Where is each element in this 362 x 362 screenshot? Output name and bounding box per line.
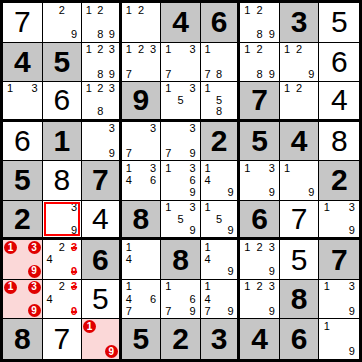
candidate-slot-7 [162, 187, 174, 199]
cell-r7c9[interactable]: 7 [319, 240, 359, 280]
solved-digit: 8 [53, 165, 70, 195]
candidate-slot-7 [281, 106, 293, 118]
cell-r1c5[interactable]: 4 [161, 3, 201, 43]
pencil-marks: 139 [319, 280, 359, 319]
cell-r5c4[interactable]: 1346 [122, 161, 162, 201]
candidate-slot-6 [225, 254, 237, 266]
cell-r6c1[interactable]: 2 [3, 201, 43, 241]
given-digit: 3 [291, 7, 308, 37]
candidate-1: 1 [241, 241, 253, 253]
candidate-slot-9 [147, 147, 159, 159]
candidate-slot-7 [281, 187, 293, 199]
candidate-slot-5 [293, 56, 305, 68]
cell-r5c6[interactable]: 149 [201, 161, 241, 201]
candidate-slot-5 [135, 254, 147, 266]
cell-r3c1[interactable]: 13 [3, 82, 43, 122]
candidate-slot-7 [123, 187, 135, 199]
candidate-8: 8 [254, 28, 266, 40]
candidate-slot-3 [225, 162, 237, 174]
candidate-9: 9 [345, 305, 358, 317]
candidate-slot-4 [162, 174, 174, 186]
candidate-slot-1: 1 [4, 241, 17, 254]
candidate-1: 1 [83, 83, 95, 95]
cell-r9c8[interactable]: 6 [280, 319, 320, 359]
cell-r4c5[interactable]: 379 [161, 122, 201, 162]
candidate-slot-4 [44, 16, 56, 28]
candidate-slot-6 [28, 95, 40, 107]
candidate-slot-3: 3 [68, 281, 80, 293]
given-digit: 6 [251, 204, 268, 234]
cell-r6c7[interactable]: 6 [240, 201, 280, 241]
solved-digit: 5 [331, 7, 348, 37]
pencil-marks: 135 [161, 82, 200, 119]
pencil-marks: 1679 [161, 280, 200, 319]
candidate-1: 1 [123, 162, 135, 174]
cell-r4c2[interactable]: 1 [43, 122, 83, 162]
candidate-slot-8 [135, 305, 147, 317]
candidate-2: 2 [293, 83, 305, 95]
candidate-8: 8 [213, 106, 225, 118]
cell-r6c5[interactable]: 1359 [161, 201, 201, 241]
candidate-1: 1 [202, 44, 214, 56]
cell-r3c9[interactable]: 4 [319, 82, 359, 122]
cell-r7c5[interactable]: 8 [161, 240, 201, 280]
candidate-slot-6 [266, 293, 278, 305]
candidate-slot-5 [16, 95, 28, 107]
pencil-marks: 12 [122, 3, 161, 42]
candidate-slot-3: 3 [28, 241, 41, 254]
candidate-slot-8 [213, 187, 225, 199]
cell-r2c9[interactable]: 6 [319, 43, 359, 83]
candidate-slot-5 [213, 293, 225, 305]
cell-r5c8[interactable]: 19 [280, 161, 320, 201]
candidate-slot-9 [147, 68, 159, 80]
cell-r9c4[interactable]: 5 [122, 319, 162, 359]
candidate-slot-7 [83, 106, 95, 118]
cell-r3c3[interactable]: 1238 [82, 82, 122, 122]
candidate-slot-6 [28, 294, 41, 305]
candidate-7: 7 [162, 147, 174, 159]
cell-r2c5[interactable]: 137 [161, 43, 201, 83]
candidate-slot-1: 1 [4, 281, 17, 294]
candidate-slot-4 [320, 293, 333, 305]
candidate-9: 9 [225, 187, 237, 199]
candidate-slot-8 [254, 187, 266, 199]
candidate-slot-1 [44, 202, 56, 214]
candidate-1: 1 [281, 83, 293, 95]
cell-r1c8[interactable]: 3 [280, 3, 320, 43]
cell-r7c7[interactable]: 1239 [240, 240, 280, 280]
candidate-1: 1 [320, 320, 333, 333]
cell-r1c7[interactable]: 1289 [240, 3, 280, 43]
cell-r9c6[interactable]: 3 [201, 319, 241, 359]
candidate-8: 8 [95, 28, 107, 40]
pencil-marks: 137 [161, 43, 200, 82]
pencil-marks: 139 [3, 240, 42, 279]
candidate-4: 4 [202, 293, 214, 305]
candidate-slot-7 [83, 68, 95, 80]
candidate-9-eliminated: 9 [71, 306, 77, 317]
pencil-marks: 1289 [240, 3, 279, 42]
candidate-slot-4 [4, 254, 17, 265]
cell-r4c8[interactable]: 4 [280, 122, 320, 162]
cell-r6c9[interactable]: 139 [319, 201, 359, 241]
cell-r6c6[interactable]: 159 [201, 201, 241, 241]
cell-r5c3[interactable]: 7 [82, 161, 122, 201]
candidate-1: 1 [123, 44, 135, 56]
candidate-9: 9 [68, 28, 80, 40]
candidate-slot-2 [213, 83, 225, 95]
candidate-slot-4 [162, 135, 174, 147]
candidate-slot-5 [95, 16, 107, 28]
candidate-slot-5 [254, 174, 266, 186]
candidate-slot-6 [147, 254, 159, 266]
cell-r2c2[interactable]: 5 [43, 43, 83, 83]
cell-r2c6[interactable]: 178 [201, 43, 241, 83]
candidate-slot-8 [96, 345, 105, 358]
candidate-slot-3 [68, 4, 80, 16]
candidate-slot-5 [56, 293, 68, 305]
pencil-marks: 14 [122, 240, 161, 279]
candidate-slot-4 [320, 333, 333, 346]
candidate-1: 1 [162, 162, 174, 174]
candidate-slot-5 [56, 16, 68, 28]
candidate-slot-7 [320, 305, 333, 317]
candidate-1-circled: 1 [83, 320, 96, 333]
candidate-slot-6 [187, 135, 199, 147]
candidate-slot-7 [320, 345, 333, 358]
candidate-slot-9 [106, 106, 118, 118]
candidate-4: 4 [44, 293, 56, 305]
candidate-slot-1 [83, 123, 95, 135]
candidate-2: 2 [95, 83, 107, 95]
candidate-slot-2 [333, 320, 346, 333]
candidate-slot-8 [135, 28, 147, 40]
cell-r6c8[interactable]: 7 [280, 201, 320, 241]
candidate-slot-5 [333, 293, 346, 305]
candidate-6: 6 [147, 174, 159, 186]
cell-r1c2[interactable]: 29 [43, 3, 83, 43]
candidate-7: 7 [162, 68, 174, 80]
candidate-9: 9 [305, 187, 317, 199]
cell-r7c8[interactable]: 5 [280, 240, 320, 280]
given-digit: 4 [291, 126, 308, 156]
cell-r2c3[interactable]: 12389 [82, 43, 122, 83]
cell-r1c6[interactable]: 6 [201, 3, 241, 43]
cell-r9c2[interactable]: 7 [43, 319, 83, 359]
candidate-1: 1 [281, 44, 293, 56]
cell-r4c6[interactable]: 2 [201, 122, 241, 162]
candidate-slot-6 [266, 174, 278, 186]
pencil-marks: 29 [43, 3, 82, 42]
candidate-slot-8 [333, 305, 346, 317]
cell-r3c4[interactable]: 9 [122, 82, 162, 122]
pencil-marks: 1369 [161, 161, 200, 200]
candidate-slot-6 [68, 293, 80, 305]
candidate-slot-7 [44, 28, 56, 40]
candidate-slot-1 [162, 123, 174, 135]
candidate-1: 1 [202, 83, 214, 95]
cell-r8c4[interactable]: 1467 [122, 280, 162, 320]
candidate-slot-5 [333, 213, 346, 225]
given-digit: 2 [331, 165, 348, 195]
candidate-slot-4 [241, 174, 253, 186]
candidate-1: 1 [162, 281, 174, 293]
given-digit: 6 [291, 324, 308, 354]
cell-r2c1[interactable]: 4 [3, 43, 43, 83]
candidate-slot-3 [225, 83, 237, 95]
cell-r8c6[interactable]: 1479 [201, 280, 241, 320]
candidate-slot-5 [174, 293, 186, 305]
candidate-3: 3 [106, 44, 118, 56]
candidate-4: 4 [123, 293, 135, 305]
candidate-slot-5 [254, 254, 266, 266]
candidate-slot-2 [135, 281, 147, 293]
candidate-1: 1 [83, 44, 95, 56]
candidate-slot-5 [174, 56, 186, 68]
candidate-slot-4 [162, 95, 174, 107]
candidate-slot-5 [254, 293, 266, 305]
cell-r5c5[interactable]: 1369 [161, 161, 201, 201]
pencil-marks: 19 [319, 319, 359, 359]
candidate-1: 1 [162, 202, 174, 214]
cell-r7c2[interactable]: 2349 [43, 240, 83, 280]
given-digit: 6 [211, 7, 228, 37]
cell-r7c4[interactable]: 14 [122, 240, 162, 280]
cell-r3c8[interactable]: 12 [280, 82, 320, 122]
candidate-2: 2 [135, 4, 147, 16]
candidate-9: 9 [68, 225, 80, 237]
candidate-slot-6 [106, 56, 118, 68]
solved-digit: 4 [92, 204, 109, 234]
candidate-slot-6 [147, 56, 159, 68]
candidate-slot-3 [106, 4, 118, 16]
cell-r9c1[interactable]: 8 [3, 319, 43, 359]
pencil-marks: 1289 [82, 3, 119, 42]
candidate-7: 7 [123, 68, 135, 80]
cell-r8c9[interactable]: 139 [319, 280, 359, 320]
candidate-slot-8 [174, 187, 186, 199]
candidate-slot-2 [95, 123, 107, 135]
candidate-slot-8 [174, 225, 186, 237]
candidate-1: 1 [123, 281, 135, 293]
candidate-slot-3 [345, 320, 358, 333]
candidate-slot-8 [174, 147, 186, 159]
candidate-8: 8 [213, 68, 225, 80]
candidate-slot-4 [123, 135, 135, 147]
candidate-slot-4 [83, 333, 96, 345]
candidate-2: 2 [56, 241, 68, 253]
candidate-3: 3 [187, 162, 199, 174]
given-digit: 7 [331, 245, 348, 275]
candidate-9: 9 [187, 305, 199, 317]
cell-r4c9[interactable]: 8 [319, 122, 359, 162]
candidate-2: 2 [56, 4, 68, 16]
cell-r3c2[interactable]: 6 [43, 82, 83, 122]
candidate-9: 9 [225, 266, 237, 278]
cell-r8c5[interactable]: 1679 [161, 280, 201, 320]
candidate-slot-4 [162, 56, 174, 68]
cell-r9c5[interactable]: 2 [161, 319, 201, 359]
candidate-slot-6 [305, 95, 317, 107]
candidate-1-circled: 1 [4, 241, 17, 254]
candidate-5: 5 [174, 213, 186, 225]
candidate-slot-7 [4, 265, 17, 278]
cell-r9c3[interactable]: 19 [82, 319, 122, 359]
given-digit: 2 [211, 126, 228, 156]
candidate-slot-3 [105, 320, 118, 333]
cell-r7c6[interactable]: 149 [201, 240, 241, 280]
pencil-marks: 2349 [43, 280, 82, 319]
candidate-slot-9 [305, 106, 317, 118]
candidate-slot-7 [202, 187, 214, 199]
cell-r1c1[interactable]: 7 [3, 3, 43, 43]
cell-r9c9[interactable]: 19 [319, 319, 359, 359]
given-digit: 3 [211, 324, 228, 354]
candidate-7: 7 [123, 305, 135, 317]
candidate-slot-6 [106, 16, 118, 28]
cell-r3c5[interactable]: 135 [161, 82, 201, 122]
candidate-slot-8 [135, 266, 147, 278]
candidate-3: 3 [345, 202, 358, 214]
candidate-slot-1 [44, 4, 56, 16]
given-digit: 4 [14, 47, 31, 77]
cell-r8c7[interactable]: 1239 [240, 280, 280, 320]
cell-r4c3[interactable]: 39 [82, 122, 122, 162]
candidate-slot-5 [135, 174, 147, 186]
pencil-marks: 1359 [161, 201, 200, 238]
candidate-slot-8 [174, 305, 186, 317]
candidate-slot-2 [174, 281, 186, 293]
pencil-marks: 2349 [43, 240, 82, 279]
candidate-slot-9: 9 [28, 304, 41, 317]
candidate-slot-2 [293, 162, 305, 174]
pencil-marks: 1238 [82, 82, 119, 119]
candidate-1: 1 [123, 4, 135, 16]
candidate-1: 1 [241, 44, 253, 56]
given-digit: 2 [172, 324, 189, 354]
candidate-slot-8 [254, 305, 266, 317]
cell-r8c8[interactable]: 8 [280, 280, 320, 320]
pencil-marks: 13 [3, 82, 42, 119]
candidate-2: 2 [254, 4, 266, 16]
pencil-marks: 159 [201, 201, 238, 238]
given-digit: 5 [133, 324, 150, 354]
candidate-slot-2 [135, 241, 147, 253]
candidate-slot-2 [16, 83, 28, 95]
candidate-1: 1 [202, 281, 214, 293]
candidate-slot-8 [213, 225, 225, 237]
cell-r5c7[interactable]: 139 [240, 161, 280, 201]
candidate-9: 9 [225, 225, 237, 237]
candidate-1: 1 [241, 4, 253, 16]
candidate-slot-4 [44, 213, 56, 225]
cell-r9c7[interactable]: 4 [240, 319, 280, 359]
pencil-marks: 12 [280, 82, 319, 119]
given-digit: 5 [251, 126, 268, 156]
candidate-slot-2 [213, 281, 225, 293]
candidate-slot-3 [147, 241, 159, 253]
candidate-slot-9 [147, 305, 159, 317]
cell-r3c7[interactable]: 7 [240, 82, 280, 122]
candidate-slot-6 [147, 16, 159, 28]
given-digit: 6 [92, 245, 109, 275]
given-digit: 8 [14, 324, 31, 354]
cell-r4c4[interactable]: 37 [122, 122, 162, 162]
candidate-9-eliminated: 9 [71, 266, 77, 277]
cell-r2c4[interactable]: 1237 [122, 43, 162, 83]
pencil-marks: 139 [319, 201, 359, 238]
candidate-slot-3 [305, 162, 317, 174]
cell-r5c2[interactable]: 8 [43, 161, 83, 201]
candidate-slot-2 [17, 281, 28, 294]
cell-r1c9[interactable]: 5 [319, 3, 359, 43]
cell-r1c4[interactable]: 12 [122, 3, 162, 43]
candidate-slot-7 [241, 28, 253, 40]
pencil-marks: 39 [82, 122, 119, 161]
cell-r5c1[interactable]: 5 [3, 161, 43, 201]
candidate-9: 9 [266, 187, 278, 199]
cell-r8c2[interactable]: 2349 [43, 280, 83, 320]
candidate-1: 1 [202, 241, 214, 253]
cell-r5c9[interactable]: 2 [319, 161, 359, 201]
cell-r7c1[interactable]: 139 [3, 240, 43, 280]
cell-r7c3[interactable]: 6 [82, 240, 122, 280]
candidate-slot-8 [293, 106, 305, 118]
cell-r4c7[interactable]: 5 [240, 122, 280, 162]
candidate-8: 8 [254, 68, 266, 80]
cell-r6c4[interactable]: 8 [122, 201, 162, 241]
candidate-slot-6 [345, 293, 358, 305]
candidate-slot-2 [213, 44, 225, 56]
candidate-9: 9 [187, 147, 199, 159]
candidate-slot-7 [162, 225, 174, 237]
candidate-slot-4 [202, 95, 214, 107]
candidate-1: 1 [241, 162, 253, 174]
candidate-slot-5 [213, 254, 225, 266]
candidate-slot-5 [17, 294, 28, 305]
candidate-1: 1 [202, 202, 214, 214]
cell-r3c6[interactable]: 158 [201, 82, 241, 122]
candidate-slot-2 [174, 162, 186, 174]
cell-r2c8[interactable]: 129 [280, 43, 320, 83]
candidate-7: 7 [162, 305, 174, 317]
candidate-slot-8 [174, 68, 186, 80]
candidate-slot-7 [320, 225, 333, 237]
cell-r1c3[interactable]: 1289 [82, 3, 122, 43]
candidate-slot-6 [225, 95, 237, 107]
pencil-marks: 1479 [201, 280, 238, 319]
candidate-slot-2 [174, 83, 186, 95]
cell-r4c1[interactable]: 6 [3, 122, 43, 162]
cell-r8c1[interactable]: 139 [3, 280, 43, 320]
given-digit: 5 [14, 165, 31, 195]
candidate-slot-7 [44, 225, 56, 237]
cell-r6c3[interactable]: 4 [82, 201, 122, 241]
given-digit: 7 [251, 85, 268, 115]
candidate-slot-3: 3 [28, 281, 41, 294]
candidate-3: 3 [187, 83, 199, 95]
candidate-3: 3 [187, 44, 199, 56]
candidate-slot-3 [266, 44, 278, 56]
candidate-7: 7 [202, 305, 214, 317]
candidate-slot-2 [213, 162, 225, 174]
cell-r6c2[interactable]: 39 [43, 201, 83, 241]
cell-r8c3[interactable]: 5 [82, 280, 122, 320]
cell-r2c7[interactable]: 1289 [240, 43, 280, 83]
candidate-5: 5 [213, 213, 225, 225]
candidate-slot-9 [187, 106, 199, 118]
